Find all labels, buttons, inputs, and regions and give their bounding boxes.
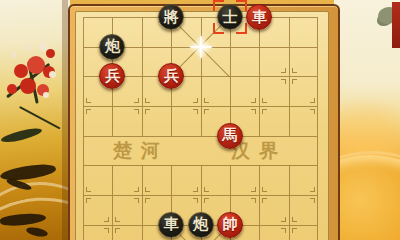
piece-black-士[interactable]: 士 [217, 4, 243, 30]
channel-logo-seal [392, 2, 400, 48]
piece-black-車[interactable]: 車 [158, 212, 184, 238]
piece-red-馬[interactable]: 馬 [217, 123, 243, 149]
plum-blossom [20, 78, 36, 94]
plum-blossom [46, 49, 55, 58]
piece-black-炮[interactable]: 炮 [99, 34, 125, 60]
xiangqi-game-screen: 楚河 汉界 將士車炮兵兵馬車炮帥 [0, 0, 400, 240]
white-blossom [49, 71, 56, 78]
white-blossom [43, 92, 49, 98]
piece-red-兵[interactable]: 兵 [158, 63, 184, 89]
plum-blossom [14, 64, 28, 78]
blossom-branch [19, 106, 61, 129]
white-blossom [39, 43, 47, 51]
xiangqi-board[interactable]: 楚河 汉界 將士車炮兵兵馬車炮帥 [68, 4, 340, 240]
background-right [334, 0, 400, 240]
piece-black-炮[interactable]: 炮 [188, 212, 214, 238]
wooden-bowl [334, 155, 400, 240]
piece-red-帥[interactable]: 帥 [217, 212, 243, 238]
board-surface: 楚河 汉界 將士車炮兵兵馬車炮帥 [75, 11, 329, 240]
piece-black-將[interactable]: 將 [158, 4, 184, 30]
background-left [0, 0, 70, 240]
pieces-layer: 將士車炮兵兵馬車炮帥 [83, 17, 319, 240]
plum-blossom [7, 84, 17, 94]
blossom-branch [0, 126, 43, 145]
white-blossom [11, 52, 17, 58]
piece-red-兵[interactable]: 兵 [99, 63, 125, 89]
piece-red-車[interactable]: 車 [246, 4, 272, 30]
white-blossom [25, 45, 31, 51]
